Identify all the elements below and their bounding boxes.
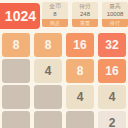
best-value: 10008 — [107, 11, 124, 18]
score-value: 248 — [80, 11, 90, 18]
empty-cell — [2, 85, 30, 109]
tile-8: 8 — [34, 33, 62, 57]
tile-4: 4 — [66, 85, 94, 109]
badge-1024-tile: 1024 — [0, 3, 40, 29]
empty-cell — [2, 59, 30, 83]
tile-2: 2 — [98, 111, 126, 128]
tile-16: 16 — [98, 59, 126, 83]
best-rank-button[interactable]: 排行 — [102, 19, 128, 27]
tile-8: 8 — [2, 33, 30, 57]
tile-16: 16 — [66, 33, 94, 57]
score-label: 得分 — [79, 3, 90, 10]
tile-8: 8 — [66, 59, 94, 83]
best-label: 最高 — [109, 3, 120, 10]
stat-card-best: 最高 10008 排行 — [102, 2, 128, 27]
empty-cell — [34, 111, 62, 128]
empty-cell — [2, 111, 30, 128]
tile-32: 32 — [98, 33, 126, 57]
header-bar: 1024 金币 8 商店 得分 248 重置 最高 10008 排行 — [0, 0, 128, 32]
empty-cell — [66, 111, 94, 128]
coins-shop-button[interactable]: 商店 — [42, 19, 68, 27]
score-reset-button[interactable]: 重置 — [72, 19, 98, 27]
coins-label: 金币 — [49, 3, 60, 10]
empty-cell — [34, 85, 62, 109]
stat-card-coins: 金币 8 商店 — [42, 2, 68, 27]
stat-card-score: 得分 248 重置 — [72, 2, 98, 27]
tile-4: 4 — [98, 85, 126, 109]
stats-panel: 金币 8 商店 得分 248 重置 最高 10008 排行 — [42, 2, 128, 27]
tile-4: 4 — [34, 59, 62, 83]
coins-value: 8 — [53, 11, 56, 18]
game-board[interactable]: 8816324816442 — [0, 33, 128, 128]
board-grid: 8816324816442 — [0, 33, 128, 128]
